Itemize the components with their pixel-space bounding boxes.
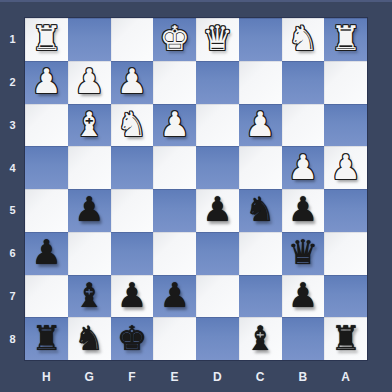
square-g7[interactable]: ♝ xyxy=(68,275,111,318)
square-e1[interactable]: ♚ xyxy=(153,18,196,61)
square-h5[interactable] xyxy=(25,189,68,232)
square-c2[interactable] xyxy=(239,61,282,104)
square-g4[interactable] xyxy=(68,146,111,189)
white-knight: ♞ xyxy=(117,107,147,141)
white-pawn: ♟ xyxy=(330,150,360,184)
square-a7[interactable] xyxy=(324,275,367,318)
file-label-g: G xyxy=(68,360,111,392)
white-pawn: ♟ xyxy=(245,107,275,141)
chessboard-frame: 12345678 ♜♚♛♞♜♟♟♟♝♞♟♟♟♟♟♟♞♟♟♛♝♟♟♟♜♞♚♝♜ H… xyxy=(0,0,392,392)
white-queen: ♛ xyxy=(202,21,232,55)
rank-label-6: 6 xyxy=(0,232,25,275)
square-c3[interactable]: ♟ xyxy=(239,104,282,147)
square-g1[interactable] xyxy=(68,18,111,61)
square-a1[interactable]: ♜ xyxy=(324,18,367,61)
square-e3[interactable]: ♟ xyxy=(153,104,196,147)
square-d1[interactable]: ♛ xyxy=(196,18,239,61)
square-e2[interactable] xyxy=(153,61,196,104)
file-label-c: C xyxy=(239,360,282,392)
square-d8[interactable] xyxy=(196,317,239,360)
white-bishop: ♝ xyxy=(74,107,104,141)
square-e7[interactable]: ♟ xyxy=(153,275,196,318)
rank-label-3: 3 xyxy=(0,104,25,147)
white-rook: ♜ xyxy=(31,21,61,55)
square-h8[interactable]: ♜ xyxy=(25,317,68,360)
square-f7[interactable]: ♟ xyxy=(111,275,154,318)
white-pawn: ♟ xyxy=(117,64,147,98)
square-c7[interactable] xyxy=(239,275,282,318)
white-pawn: ♟ xyxy=(74,64,104,98)
file-label-f: F xyxy=(111,360,154,392)
square-f3[interactable]: ♞ xyxy=(111,104,154,147)
square-e5[interactable] xyxy=(153,189,196,232)
square-a6[interactable] xyxy=(324,232,367,275)
square-e4[interactable] xyxy=(153,146,196,189)
chess-board: ♜♚♛♞♜♟♟♟♝♞♟♟♟♟♟♟♞♟♟♛♝♟♟♟♜♞♚♝♜ xyxy=(25,18,367,360)
black-rook: ♜ xyxy=(31,321,61,355)
white-knight: ♞ xyxy=(288,21,318,55)
file-labels: HGFEDCBA xyxy=(25,360,367,392)
black-pawn: ♟ xyxy=(74,192,104,226)
black-knight: ♞ xyxy=(245,192,275,226)
black-pawn: ♟ xyxy=(31,235,61,269)
black-pawn: ♟ xyxy=(202,192,232,226)
square-f1[interactable] xyxy=(111,18,154,61)
file-label-a: A xyxy=(324,360,367,392)
square-d2[interactable] xyxy=(196,61,239,104)
white-pawn: ♟ xyxy=(159,107,189,141)
square-a5[interactable] xyxy=(324,189,367,232)
square-g8[interactable]: ♞ xyxy=(68,317,111,360)
white-king: ♚ xyxy=(159,21,189,55)
square-a2[interactable] xyxy=(324,61,367,104)
square-c1[interactable] xyxy=(239,18,282,61)
square-f4[interactable] xyxy=(111,146,154,189)
square-f6[interactable] xyxy=(111,232,154,275)
square-b4[interactable]: ♟ xyxy=(282,146,325,189)
square-a4[interactable]: ♟ xyxy=(324,146,367,189)
square-c4[interactable] xyxy=(239,146,282,189)
rank-label-8: 8 xyxy=(0,317,25,360)
rank-label-5: 5 xyxy=(0,189,25,232)
square-b1[interactable]: ♞ xyxy=(282,18,325,61)
square-f2[interactable]: ♟ xyxy=(111,61,154,104)
black-knight: ♞ xyxy=(74,321,104,355)
square-d6[interactable] xyxy=(196,232,239,275)
square-b7[interactable]: ♟ xyxy=(282,275,325,318)
square-g3[interactable]: ♝ xyxy=(68,104,111,147)
square-d7[interactable] xyxy=(196,275,239,318)
file-label-d: D xyxy=(196,360,239,392)
square-e8[interactable] xyxy=(153,317,196,360)
square-c5[interactable]: ♞ xyxy=(239,189,282,232)
square-d5[interactable]: ♟ xyxy=(196,189,239,232)
square-h6[interactable]: ♟ xyxy=(25,232,68,275)
square-c6[interactable] xyxy=(239,232,282,275)
black-pawn: ♟ xyxy=(117,278,147,312)
square-a3[interactable] xyxy=(324,104,367,147)
white-rook: ♜ xyxy=(330,21,360,55)
black-bishop: ♝ xyxy=(245,321,275,355)
black-rook: ♜ xyxy=(330,321,360,355)
square-b6[interactable]: ♛ xyxy=(282,232,325,275)
square-f8[interactable]: ♚ xyxy=(111,317,154,360)
square-g6[interactable] xyxy=(68,232,111,275)
square-g2[interactable]: ♟ xyxy=(68,61,111,104)
square-a8[interactable]: ♜ xyxy=(324,317,367,360)
square-d4[interactable] xyxy=(196,146,239,189)
black-bishop: ♝ xyxy=(74,278,104,312)
square-b5[interactable]: ♟ xyxy=(282,189,325,232)
square-d3[interactable] xyxy=(196,104,239,147)
black-pawn: ♟ xyxy=(159,278,189,312)
square-g5[interactable]: ♟ xyxy=(68,189,111,232)
black-pawn: ♟ xyxy=(288,278,318,312)
square-h2[interactable]: ♟ xyxy=(25,61,68,104)
square-f5[interactable] xyxy=(111,189,154,232)
black-pawn: ♟ xyxy=(288,192,318,226)
rank-label-1: 1 xyxy=(0,18,25,61)
square-h4[interactable] xyxy=(25,146,68,189)
rank-labels: 12345678 xyxy=(0,18,25,360)
square-h3[interactable] xyxy=(25,104,68,147)
square-h7[interactable] xyxy=(25,275,68,318)
square-b8[interactable] xyxy=(282,317,325,360)
square-c8[interactable]: ♝ xyxy=(239,317,282,360)
black-queen: ♛ xyxy=(288,235,318,269)
square-h1[interactable]: ♜ xyxy=(25,18,68,61)
white-pawn: ♟ xyxy=(288,150,318,184)
black-king: ♚ xyxy=(117,321,147,355)
file-label-b: B xyxy=(282,360,325,392)
frame-top-highlight xyxy=(0,0,392,2)
rank-label-4: 4 xyxy=(0,146,25,189)
file-label-h: H xyxy=(25,360,68,392)
file-label-e: E xyxy=(153,360,196,392)
white-pawn: ♟ xyxy=(31,64,61,98)
square-e6[interactable] xyxy=(153,232,196,275)
rank-label-7: 7 xyxy=(0,275,25,318)
rank-label-2: 2 xyxy=(0,61,25,104)
square-b2[interactable] xyxy=(282,61,325,104)
square-b3[interactable] xyxy=(282,104,325,147)
